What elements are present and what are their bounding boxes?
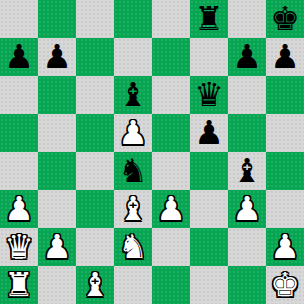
square-h6[interactable]: [266, 76, 304, 114]
piece-black-bishop[interactable]: ♝: [232, 152, 262, 190]
square-h2[interactable]: ♟: [266, 228, 304, 266]
square-f2[interactable]: [190, 228, 228, 266]
square-a1[interactable]: ♜: [0, 266, 38, 304]
square-g2[interactable]: [228, 228, 266, 266]
piece-white-queen[interactable]: ♛: [4, 228, 34, 266]
piece-white-bishop[interactable]: ♝: [118, 190, 148, 228]
square-g5[interactable]: [228, 114, 266, 152]
piece-white-pawn[interactable]: ♟: [156, 190, 186, 228]
piece-black-king[interactable]: ♚: [270, 0, 300, 38]
piece-white-pawn[interactable]: ♟: [4, 190, 34, 228]
square-c8[interactable]: [76, 0, 114, 38]
square-f3[interactable]: [190, 190, 228, 228]
square-f7[interactable]: [190, 38, 228, 76]
square-d6[interactable]: ♝: [114, 76, 152, 114]
square-d4[interactable]: ♞: [114, 152, 152, 190]
piece-black-knight[interactable]: ♞: [118, 152, 148, 190]
square-b1[interactable]: [38, 266, 76, 304]
piece-black-pawn[interactable]: ♟: [194, 114, 224, 152]
piece-black-pawn[interactable]: ♟: [4, 38, 34, 76]
piece-white-king[interactable]: ♚: [270, 266, 300, 304]
square-f4[interactable]: [190, 152, 228, 190]
square-a7[interactable]: ♟: [0, 38, 38, 76]
square-d8[interactable]: [114, 0, 152, 38]
square-c3[interactable]: [76, 190, 114, 228]
piece-black-queen[interactable]: ♛: [194, 76, 224, 114]
square-g4[interactable]: ♝: [228, 152, 266, 190]
square-c4[interactable]: [76, 152, 114, 190]
square-e8[interactable]: [152, 0, 190, 38]
square-h7[interactable]: ♟: [266, 38, 304, 76]
square-b2[interactable]: ♟: [38, 228, 76, 266]
square-a3[interactable]: ♟: [0, 190, 38, 228]
square-g7[interactable]: ♟: [228, 38, 266, 76]
square-g6[interactable]: [228, 76, 266, 114]
square-a8[interactable]: [0, 0, 38, 38]
square-b7[interactable]: ♟: [38, 38, 76, 76]
piece-black-pawn[interactable]: ♟: [270, 38, 300, 76]
square-e3[interactable]: ♟: [152, 190, 190, 228]
piece-white-rook[interactable]: ♜: [4, 266, 34, 304]
square-d7[interactable]: [114, 38, 152, 76]
piece-white-pawn[interactable]: ♟: [42, 228, 72, 266]
square-e4[interactable]: [152, 152, 190, 190]
square-f5[interactable]: ♟: [190, 114, 228, 152]
piece-black-bishop[interactable]: ♝: [118, 76, 148, 114]
square-e1[interactable]: [152, 266, 190, 304]
square-h5[interactable]: [266, 114, 304, 152]
piece-black-pawn[interactable]: ♟: [232, 38, 262, 76]
piece-black-pawn[interactable]: ♟: [42, 38, 72, 76]
square-d3[interactable]: ♝: [114, 190, 152, 228]
square-f1[interactable]: [190, 266, 228, 304]
square-c1[interactable]: ♝: [76, 266, 114, 304]
square-f6[interactable]: ♛: [190, 76, 228, 114]
piece-white-pawn[interactable]: ♟: [118, 114, 148, 152]
square-f8[interactable]: ♜: [190, 0, 228, 38]
piece-black-rook[interactable]: ♜: [194, 0, 224, 38]
square-b5[interactable]: [38, 114, 76, 152]
square-c5[interactable]: [76, 114, 114, 152]
square-h1[interactable]: ♚: [266, 266, 304, 304]
square-c2[interactable]: [76, 228, 114, 266]
square-b3[interactable]: [38, 190, 76, 228]
square-a6[interactable]: [0, 76, 38, 114]
square-d2[interactable]: ♞: [114, 228, 152, 266]
square-a4[interactable]: [0, 152, 38, 190]
square-h3[interactable]: [266, 190, 304, 228]
square-b8[interactable]: [38, 0, 76, 38]
square-a2[interactable]: ♛: [0, 228, 38, 266]
square-g1[interactable]: [228, 266, 266, 304]
square-e2[interactable]: [152, 228, 190, 266]
square-a5[interactable]: [0, 114, 38, 152]
piece-white-bishop[interactable]: ♝: [80, 266, 110, 304]
square-h8[interactable]: ♚: [266, 0, 304, 38]
square-g8[interactable]: [228, 0, 266, 38]
square-b4[interactable]: [38, 152, 76, 190]
square-h4[interactable]: [266, 152, 304, 190]
square-e5[interactable]: [152, 114, 190, 152]
piece-white-pawn[interactable]: ♟: [270, 228, 300, 266]
square-d5[interactable]: ♟: [114, 114, 152, 152]
square-e6[interactable]: [152, 76, 190, 114]
square-e7[interactable]: [152, 38, 190, 76]
piece-white-pawn[interactable]: ♟: [232, 190, 262, 228]
piece-white-knight[interactable]: ♞: [118, 228, 148, 266]
chess-board: ♜♚♟♟♟♟♝♛♟♟♞♝♟♝♟♟♛♟♞♟♜♝♚: [0, 0, 304, 304]
square-c6[interactable]: [76, 76, 114, 114]
square-g3[interactable]: ♟: [228, 190, 266, 228]
square-d1[interactable]: [114, 266, 152, 304]
square-b6[interactable]: [38, 76, 76, 114]
square-c7[interactable]: [76, 38, 114, 76]
